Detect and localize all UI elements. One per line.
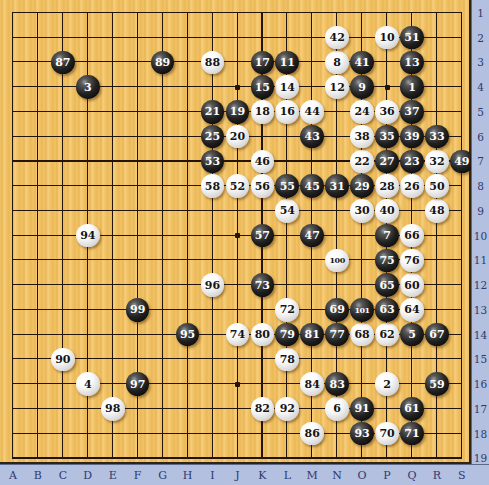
column-label-C: C <box>59 469 67 482</box>
white-stone-move-32: 32 <box>425 150 449 174</box>
white-stone-move-70: 70 <box>375 422 399 446</box>
column-label-K: K <box>258 469 266 482</box>
go-game-diagram: 1234567891011121314151617181920212223242… <box>0 0 489 485</box>
white-stone-move-12: 12 <box>325 75 349 99</box>
black-stone-move-35: 35 <box>375 125 399 149</box>
row-label-14: 14 <box>474 329 487 341</box>
white-stone-move-40: 40 <box>375 199 399 223</box>
column-label-P: P <box>383 469 390 482</box>
black-stone-move-57: 57 <box>251 224 275 248</box>
black-stone-move-15: 15 <box>251 75 275 99</box>
row-label-3: 3 <box>477 56 484 68</box>
white-stone-move-98: 98 <box>101 397 125 421</box>
black-stone-move-41: 41 <box>350 51 374 75</box>
white-stone-move-96: 96 <box>201 273 225 297</box>
black-stone-move-17: 17 <box>251 51 275 75</box>
white-stone-move-92: 92 <box>275 397 299 421</box>
black-stone-move-29: 29 <box>350 174 374 198</box>
white-stone-move-28: 28 <box>375 174 399 198</box>
board-points-layer: 1234567891011121314151617181920212223242… <box>1 1 475 471</box>
column-labels-rail: ABCDEFGHIJKLMNOPQRS <box>1 465 475 485</box>
row-label-4: 4 <box>477 81 484 93</box>
white-stone-move-82: 82 <box>251 397 275 421</box>
black-stone-move-27: 27 <box>375 150 399 174</box>
white-stone-move-46: 46 <box>251 150 275 174</box>
column-label-L: L <box>284 469 291 482</box>
white-stone-move-16: 16 <box>275 100 299 124</box>
black-stone-move-13: 13 <box>400 51 424 75</box>
white-stone-move-64: 64 <box>400 298 424 322</box>
white-stone-move-88: 88 <box>201 51 225 75</box>
black-stone-move-69: 69 <box>325 298 349 322</box>
column-label-O: O <box>358 469 367 482</box>
column-label-B: B <box>34 469 42 482</box>
row-label-13: 13 <box>474 304 487 316</box>
white-stone-move-66: 66 <box>400 224 424 248</box>
column-label-G: G <box>158 469 167 482</box>
column-label-R: R <box>433 469 441 482</box>
row-label-9: 9 <box>477 205 484 217</box>
column-label-D: D <box>83 469 92 482</box>
star-point <box>235 382 240 387</box>
white-stone-move-80: 80 <box>251 323 275 347</box>
row-label-16: 16 <box>474 378 487 390</box>
black-stone-move-19: 19 <box>226 100 250 124</box>
row-label-18: 18 <box>474 428 487 440</box>
white-stone-move-18: 18 <box>251 100 275 124</box>
row-label-2: 2 <box>477 32 484 44</box>
column-label-M: M <box>307 469 318 482</box>
row-label-1: 1 <box>477 7 484 19</box>
go-board[interactable]: 1234567891011121314151617181920212223242… <box>0 0 471 464</box>
black-stone-move-93: 93 <box>350 422 374 446</box>
column-label-F: F <box>134 469 142 482</box>
column-label-I: I <box>210 469 214 482</box>
black-stone-move-33: 33 <box>425 125 449 149</box>
white-stone-move-30: 30 <box>350 199 374 223</box>
black-stone-move-97: 97 <box>126 372 150 396</box>
black-stone-move-45: 45 <box>300 174 324 198</box>
black-stone-move-43: 43 <box>300 125 324 149</box>
black-stone-move-9: 9 <box>350 75 374 99</box>
white-stone-move-38: 38 <box>350 125 374 149</box>
black-stone-move-59: 59 <box>425 372 449 396</box>
black-stone-move-63: 63 <box>375 298 399 322</box>
row-label-11: 11 <box>474 254 487 266</box>
row-label-7: 7 <box>477 155 484 167</box>
column-label-N: N <box>332 469 342 482</box>
black-stone-move-55: 55 <box>275 174 299 198</box>
row-label-8: 8 <box>477 180 484 192</box>
white-stone-move-56: 56 <box>251 174 275 198</box>
white-stone-move-20: 20 <box>226 125 250 149</box>
white-stone-move-58: 58 <box>201 174 225 198</box>
black-stone-move-1: 1 <box>400 75 424 99</box>
black-stone-move-21: 21 <box>201 100 225 124</box>
white-stone-move-44: 44 <box>300 100 324 124</box>
white-stone-move-2: 2 <box>375 372 399 396</box>
black-stone-move-87: 87 <box>51 51 75 75</box>
black-stone-move-95: 95 <box>176 323 200 347</box>
row-label-10: 10 <box>474 230 487 242</box>
row-label-17: 17 <box>474 403 487 415</box>
white-stone-move-78: 78 <box>275 348 299 372</box>
white-stone-move-74: 74 <box>226 323 250 347</box>
black-stone-move-39: 39 <box>400 125 424 149</box>
black-stone-move-3: 3 <box>76 75 100 99</box>
white-stone-move-36: 36 <box>375 100 399 124</box>
black-stone-move-23: 23 <box>400 150 424 174</box>
black-stone-move-91: 91 <box>350 397 374 421</box>
black-stone-move-5: 5 <box>400 323 424 347</box>
black-stone-move-53: 53 <box>201 150 225 174</box>
black-stone-move-77: 77 <box>325 323 349 347</box>
white-stone-move-52: 52 <box>226 174 250 198</box>
white-stone-move-76: 76 <box>400 249 424 273</box>
black-stone-move-51: 51 <box>400 26 424 50</box>
column-label-J: J <box>235 469 239 482</box>
white-stone-move-68: 68 <box>350 323 374 347</box>
row-label-19: 19 <box>474 452 487 464</box>
black-stone-move-73: 73 <box>251 273 275 297</box>
white-stone-move-100: 100 <box>325 249 349 273</box>
black-stone-move-25: 25 <box>201 125 225 149</box>
black-stone-move-37: 37 <box>400 100 424 124</box>
black-stone-move-79: 79 <box>275 323 299 347</box>
white-stone-move-42: 42 <box>325 26 349 50</box>
white-stone-move-94: 94 <box>76 224 100 248</box>
black-stone-move-99: 99 <box>126 298 150 322</box>
black-stone-move-83: 83 <box>325 372 349 396</box>
star-point <box>385 85 390 90</box>
white-stone-move-48: 48 <box>425 199 449 223</box>
black-stone-move-61: 61 <box>400 397 424 421</box>
white-stone-move-60: 60 <box>400 273 424 297</box>
white-stone-move-14: 14 <box>275 75 299 99</box>
white-stone-move-86: 86 <box>300 422 324 446</box>
column-label-H: H <box>183 469 193 482</box>
column-label-A: A <box>9 469 17 482</box>
white-stone-move-8: 8 <box>325 51 349 75</box>
white-stone-move-54: 54 <box>275 199 299 223</box>
row-label-15: 15 <box>474 353 487 365</box>
black-stone-move-7: 7 <box>375 224 399 248</box>
white-stone-move-62: 62 <box>375 323 399 347</box>
white-stone-move-10: 10 <box>375 26 399 50</box>
black-stone-move-11: 11 <box>275 51 299 75</box>
white-stone-move-6: 6 <box>325 397 349 421</box>
star-point <box>235 233 240 238</box>
white-stone-move-72: 72 <box>275 298 299 322</box>
column-coordinate-strip: ABCDEFGHIJKLMNOPQRS <box>0 464 489 485</box>
black-stone-move-67: 67 <box>425 323 449 347</box>
column-label-E: E <box>109 469 117 482</box>
white-stone-move-22: 22 <box>350 150 374 174</box>
white-stone-move-24: 24 <box>350 100 374 124</box>
black-stone-move-65: 65 <box>375 273 399 297</box>
white-stone-move-26: 26 <box>400 174 424 198</box>
row-label-12: 12 <box>474 279 487 291</box>
row-label-5: 5 <box>477 106 484 118</box>
black-stone-move-89: 89 <box>151 51 175 75</box>
black-stone-move-81: 81 <box>300 323 324 347</box>
white-stone-move-90: 90 <box>51 348 75 372</box>
black-stone-move-101: 101 <box>350 298 374 322</box>
black-stone-move-31: 31 <box>325 174 349 198</box>
black-stone-move-47: 47 <box>300 224 324 248</box>
column-label-S: S <box>458 469 466 482</box>
star-point <box>235 85 240 90</box>
column-label-Q: Q <box>407 469 416 482</box>
black-stone-move-71: 71 <box>400 422 424 446</box>
white-stone-move-50: 50 <box>425 174 449 198</box>
white-stone-move-4: 4 <box>76 372 100 396</box>
black-stone-move-75: 75 <box>375 249 399 273</box>
white-stone-move-84: 84 <box>300 372 324 396</box>
row-label-6: 6 <box>477 131 484 143</box>
row-coordinate-strip: 12345678910111213141516171819 <box>471 0 489 464</box>
